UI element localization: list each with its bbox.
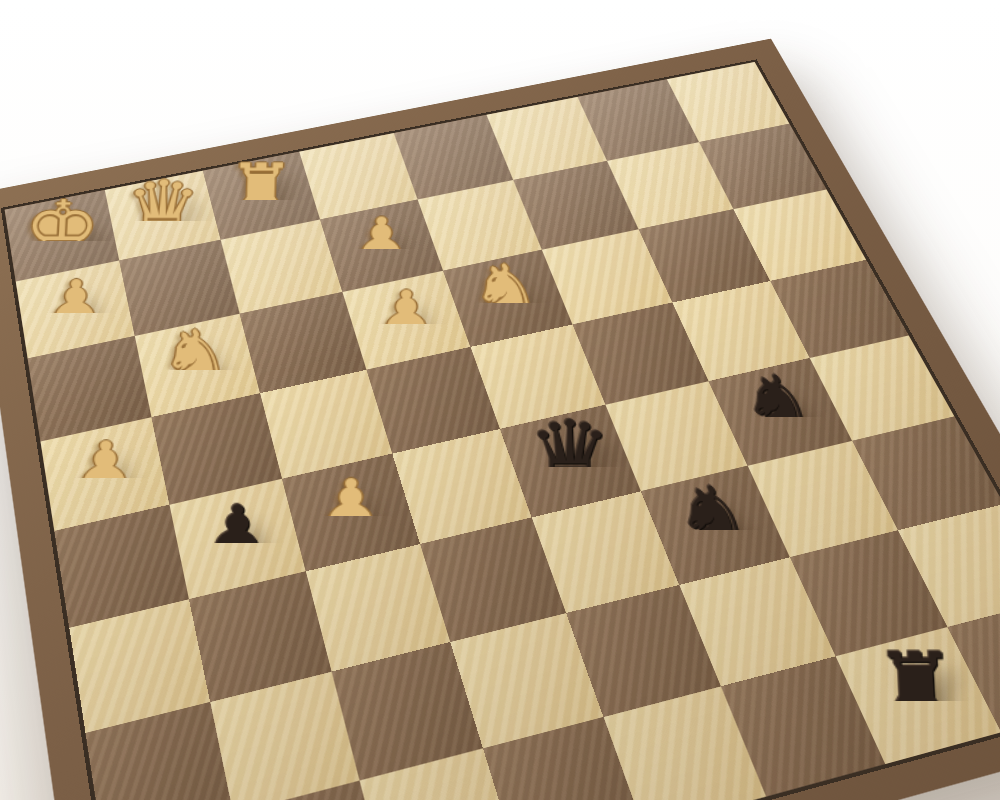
photo-background: ♚♛♜♟♟♞♟♞♟♟♟♛♞♞♜♟ (0, 0, 1000, 800)
piece-white-knight-2[interactable]: ♞ (471, 255, 543, 327)
piece-white-pawn-4[interactable]: ♟ (71, 433, 137, 498)
piece-white-knight-1[interactable]: ♞ (159, 320, 235, 395)
piece-white-pawn-1[interactable]: ♟ (44, 272, 105, 331)
piece-white-pawn-3[interactable]: ♟ (376, 283, 435, 342)
piece-white-king[interactable]: ♚ (22, 191, 102, 267)
piece-white-rook[interactable]: ♜ (226, 155, 296, 222)
board-perspective-wrap: ♚♛♜♟♟♞♟♞♟♟♟♛♞♞♜♟ (0, 39, 1000, 800)
square-g6[interactable] (748, 441, 898, 557)
piece-black-pawn-2[interactable]: ♟ (993, 620, 1000, 691)
piece-black-pawn-1[interactable]: ♟ (204, 497, 271, 564)
chess-board: ♚♛♜♟♟♞♟♞♟♟♟♛♞♞♜♟ (5, 62, 1000, 800)
piece-white-queen[interactable]: ♛ (123, 171, 201, 246)
piece-white-pawn-5[interactable]: ♟ (318, 471, 383, 537)
piece-black-knight-1[interactable]: ♞ (674, 476, 755, 558)
piece-black-queen[interactable]: ♛ (527, 409, 612, 495)
piece-black-knight-2[interactable]: ♞ (741, 365, 819, 442)
square-c3[interactable] (240, 292, 367, 393)
piece-black-rook[interactable]: ♜ (873, 641, 962, 730)
piece-white-pawn-2[interactable]: ♟ (352, 210, 409, 267)
board-frame: ♚♛♜♟♟♞♟♞♟♟♟♛♞♞♜♟ (0, 39, 1000, 800)
